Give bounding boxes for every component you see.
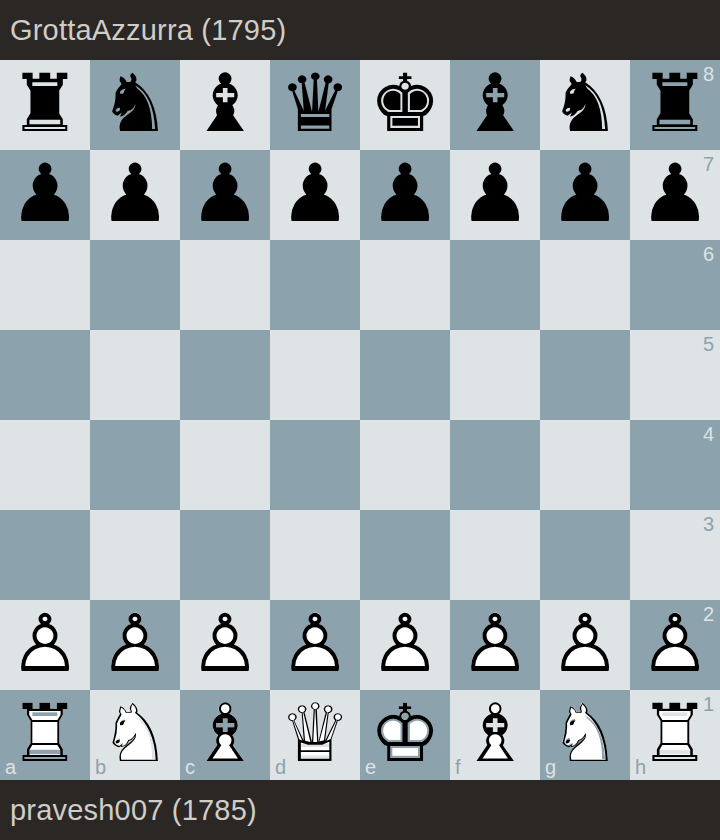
square-h2[interactable]: ♟♙2 [630,600,720,690]
square-b5[interactable] [90,330,180,420]
rank-label-2: 2 [703,604,714,624]
piece-bP[interactable]: ♟ [90,150,180,240]
piece-bN[interactable]: ♞ [90,60,180,150]
file-label-c: c [185,757,195,777]
piece-bP[interactable]: ♟ [360,150,450,240]
file-label-g: g [545,757,556,777]
square-c8[interactable]: ♝ [180,60,270,150]
rank-label-6: 6 [703,244,714,264]
square-h6[interactable]: 6 [630,240,720,330]
square-d2[interactable]: ♟♙ [270,600,360,690]
square-e2[interactable]: ♟♙ [360,600,450,690]
white-piece-outline: ♙ [0,600,90,690]
square-b2[interactable]: ♟♙ [90,600,180,690]
square-a4[interactable] [0,420,90,510]
square-d4[interactable] [270,420,360,510]
square-a7[interactable]: ♟ [0,150,90,240]
square-g2[interactable]: ♟♙ [540,600,630,690]
square-b1[interactable]: ♞♘b [90,690,180,780]
white-piece-outline: ♗ [450,690,540,780]
square-e3[interactable] [360,510,450,600]
top-player-bar: GrottaAzzurra (1795) [0,0,720,60]
square-c7[interactable]: ♟ [180,150,270,240]
piece-bP[interactable]: ♟ [540,150,630,240]
rank-label-4: 4 [703,424,714,444]
square-b6[interactable] [90,240,180,330]
square-d8[interactable]: ♛ [270,60,360,150]
piece-wP[interactable]: ♟♙ [180,600,270,690]
white-piece-outline: ♙ [270,600,360,690]
rank-label-5: 5 [703,334,714,354]
piece-wP[interactable]: ♟♙ [0,600,90,690]
piece-wP[interactable]: ♟♙ [450,600,540,690]
piece-wP[interactable]: ♟♙ [90,600,180,690]
square-g6[interactable] [540,240,630,330]
file-label-e: e [365,757,376,777]
square-h3[interactable]: 3 [630,510,720,600]
square-e1[interactable]: ♚♔e [360,690,450,780]
square-b8[interactable]: ♞ [90,60,180,150]
rank-label-1: 1 [703,694,714,714]
square-a3[interactable] [0,510,90,600]
bottom-player-bar: pravesh007 (1785) [0,780,720,840]
rank-label-8: 8 [703,64,714,84]
file-label-b: b [95,757,106,777]
white-piece-outline: ♙ [90,600,180,690]
square-f2[interactable]: ♟♙ [450,600,540,690]
square-h7[interactable]: ♟7 [630,150,720,240]
square-f8[interactable]: ♝ [450,60,540,150]
piece-bP[interactable]: ♟ [450,150,540,240]
white-piece-outline: ♙ [450,600,540,690]
square-c2[interactable]: ♟♙ [180,600,270,690]
square-c5[interactable] [180,330,270,420]
piece-bN[interactable]: ♞ [540,60,630,150]
piece-bB[interactable]: ♝ [180,60,270,150]
black-piece-glyph: ♟ [90,150,180,240]
square-g8[interactable]: ♞ [540,60,630,150]
file-label-a: a [5,757,16,777]
square-b4[interactable] [90,420,180,510]
square-f6[interactable] [450,240,540,330]
square-h1[interactable]: ♜♖1h [630,690,720,780]
piece-bR[interactable]: ♜ [0,60,90,150]
square-d7[interactable]: ♟ [270,150,360,240]
square-b3[interactable] [90,510,180,600]
white-piece-outline: ♙ [180,600,270,690]
black-piece-glyph: ♞ [90,60,180,150]
piece-bP[interactable]: ♟ [180,150,270,240]
square-e5[interactable] [360,330,450,420]
black-piece-glyph: ♝ [450,60,540,150]
black-piece-glyph: ♞ [540,60,630,150]
black-piece-glyph: ♚ [360,60,450,150]
square-a2[interactable]: ♟♙ [0,600,90,690]
square-b7[interactable]: ♟ [90,150,180,240]
square-f5[interactable] [450,330,540,420]
piece-bP[interactable]: ♟ [0,150,90,240]
file-label-d: d [275,757,286,777]
white-piece-outline: ♙ [540,600,630,690]
square-c4[interactable] [180,420,270,510]
square-a8[interactable]: ♜ [0,60,90,150]
square-g7[interactable]: ♟ [540,150,630,240]
square-a1[interactable]: ♜♖a [0,690,90,780]
square-d3[interactable] [270,510,360,600]
piece-bK[interactable]: ♚ [360,60,450,150]
square-e8[interactable]: ♚ [360,60,450,150]
piece-bQ[interactable]: ♛ [270,60,360,150]
square-f3[interactable] [450,510,540,600]
square-g4[interactable] [540,420,630,510]
black-piece-glyph: ♟ [360,150,450,240]
rank-label-3: 3 [703,514,714,534]
black-piece-glyph: ♟ [0,150,90,240]
square-c6[interactable] [180,240,270,330]
square-g3[interactable] [540,510,630,600]
bottom-player-label[interactable]: pravesh007 (1785) [10,794,257,827]
white-piece-outline: ♙ [360,600,450,690]
black-piece-glyph: ♟ [180,150,270,240]
file-label-h: h [635,757,646,777]
square-g5[interactable] [540,330,630,420]
square-f7[interactable]: ♟ [450,150,540,240]
black-piece-glyph: ♟ [270,150,360,240]
top-player-label[interactable]: GrottaAzzurra (1795) [10,14,286,47]
black-piece-glyph: ♟ [450,150,540,240]
black-piece-glyph: ♛ [270,60,360,150]
square-h5[interactable]: 5 [630,330,720,420]
square-c3[interactable] [180,510,270,600]
piece-wB[interactable]: ♝♗ [450,690,540,780]
file-label-f: f [455,757,461,777]
square-h4[interactable]: 4 [630,420,720,510]
square-e6[interactable] [360,240,450,330]
chess-board: ♜♞♝♛♚♝♞♜8♟♟♟♟♟♟♟♟76543♟♙♟♙♟♙♟♙♟♙♟♙♟♙♟♙2♜… [0,60,720,780]
square-c1[interactable]: ♝♗c [180,690,270,780]
piece-wP[interactable]: ♟♙ [360,600,450,690]
square-d5[interactable] [270,330,360,420]
black-piece-glyph: ♝ [180,60,270,150]
piece-wP[interactable]: ♟♙ [540,600,630,690]
rank-label-7: 7 [703,154,714,174]
piece-bP[interactable]: ♟ [270,150,360,240]
square-d1[interactable]: ♛♕d [270,690,360,780]
square-g1[interactable]: ♞♘g [540,690,630,780]
black-piece-glyph: ♜ [0,60,90,150]
square-e4[interactable] [360,420,450,510]
square-d6[interactable] [270,240,360,330]
square-h8[interactable]: ♜8 [630,60,720,150]
square-e7[interactable]: ♟ [360,150,450,240]
square-a6[interactable] [0,240,90,330]
piece-bB[interactable]: ♝ [450,60,540,150]
square-a5[interactable] [0,330,90,420]
square-f4[interactable] [450,420,540,510]
piece-wP[interactable]: ♟♙ [270,600,360,690]
black-piece-glyph: ♟ [540,150,630,240]
square-f1[interactable]: ♝♗f [450,690,540,780]
